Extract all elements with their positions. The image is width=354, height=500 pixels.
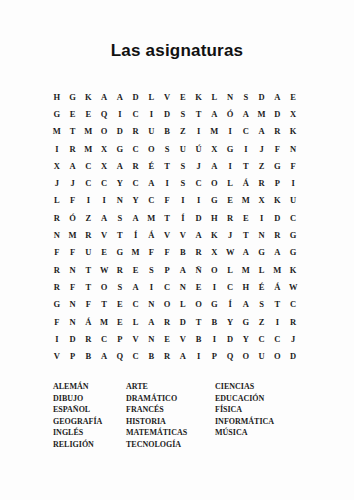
grid-cell-r14c6: L — [128, 313, 144, 330]
grid-cell-r7c13: M — [238, 192, 254, 209]
grid-cell-r8c5: S — [112, 209, 128, 226]
grid-cell-r8c6: A — [128, 209, 144, 226]
grid-cell-r13c9: L — [175, 296, 191, 313]
grid-cell-r9c1: N — [49, 226, 65, 243]
grid-cell-r3c9: Z — [175, 123, 191, 140]
grid-cell-r14c9: D — [175, 313, 191, 330]
grid-cell-r1c15: A — [270, 88, 286, 105]
grid-cell-r14c16: R — [285, 313, 301, 330]
grid-cell-r1c14: D — [254, 88, 270, 105]
grid-cell-r15c5: P — [112, 330, 128, 347]
grid-cell-r9c3: R — [81, 226, 97, 243]
grid-cell-r6c4: C — [96, 174, 112, 191]
grid-cell-r5c3: C — [81, 157, 97, 174]
grid-cell-r2c15: D — [270, 105, 286, 122]
grid-cell-r14c4: M — [96, 313, 112, 330]
grid-cell-r4c10: Ú — [191, 140, 207, 157]
grid-cell-r4c4: X — [96, 140, 112, 157]
grid-cell-r6c12: L — [222, 174, 238, 191]
grid-cell-r9c2: M — [65, 226, 81, 243]
grid-cell-r6c9: S — [175, 174, 191, 191]
word-item-frances: FRANCÉS — [126, 404, 187, 416]
grid-cell-r9c8: V — [159, 226, 175, 243]
grid-cell-r15c3: R — [81, 330, 97, 347]
grid-cell-r11c1: R — [49, 261, 65, 278]
grid-cell-r1c1: H — [49, 88, 65, 105]
grid-cell-r3c4: O — [96, 123, 112, 140]
grid-cell-r15c1: I — [49, 330, 65, 347]
grid-cell-r10c10: R — [191, 244, 207, 261]
grid-cell-r13c16: C — [285, 296, 301, 313]
grid-cell-r4c2: R — [65, 140, 81, 157]
word-search-grid: HGKAADLVEKLNSDAEGEEQICIDSTAÓAMDXMTMODRUB… — [49, 88, 301, 365]
grid-cell-r7c1: L — [49, 192, 65, 209]
grid-cell-r10c16: G — [285, 244, 301, 261]
grid-cell-r3c10: I — [191, 123, 207, 140]
grid-cell-r9c10: A — [191, 226, 207, 243]
grid-cell-r1c12: N — [222, 88, 238, 105]
grid-cell-r8c14: I — [254, 209, 270, 226]
grid-cell-r1c10: K — [191, 88, 207, 105]
grid-cell-r14c3: Á — [81, 313, 97, 330]
grid-cell-r11c2: N — [65, 261, 81, 278]
grid-cell-r6c5: Y — [112, 174, 128, 191]
grid-cell-r8c7: M — [144, 209, 160, 226]
grid-cell-r15c15: C — [270, 330, 286, 347]
grid-cell-r3c11: M — [207, 123, 223, 140]
grid-cell-r14c11: B — [207, 313, 223, 330]
grid-cell-r10c7: F — [144, 244, 160, 261]
grid-cell-r11c10: Ñ — [191, 261, 207, 278]
word-item-religion: RELIGIÓN — [53, 439, 102, 451]
grid-cell-r2c12: Ó — [222, 105, 238, 122]
grid-cell-r12c16: W — [285, 278, 301, 295]
grid-cell-r16c11: P — [207, 347, 223, 364]
page-title: Las asignaturas — [0, 41, 354, 61]
grid-cell-r2c9: S — [175, 105, 191, 122]
grid-cell-r15c13: Y — [238, 330, 254, 347]
grid-cell-r13c6: C — [128, 296, 144, 313]
grid-cell-r6c2: J — [65, 174, 81, 191]
grid-cell-r2c5: I — [112, 105, 128, 122]
word-item-educacion: EDUCACIÓN — [215, 393, 274, 405]
grid-cell-r12c12: C — [222, 278, 238, 295]
grid-cell-r16c1: V — [49, 347, 65, 364]
grid-cell-r12c14: É — [254, 278, 270, 295]
grid-cell-r11c3: T — [81, 261, 97, 278]
word-list-column-3: CIENCIAS EDUCACIÓN FÍSICA INFORMÁTICA MÚ… — [215, 381, 274, 439]
grid-cell-r4c12: G — [222, 140, 238, 157]
grid-cell-r15c8: E — [159, 330, 175, 347]
grid-cell-r9c5: T — [112, 226, 128, 243]
grid-cell-r2c6: C — [128, 105, 144, 122]
grid-cell-r9c14: N — [254, 226, 270, 243]
grid-cell-r13c15: T — [270, 296, 286, 313]
grid-cell-r16c16: D — [285, 347, 301, 364]
grid-cell-r15c2: D — [65, 330, 81, 347]
word-list-column-1: ALEMÁN DIBUJO ESPAÑOL GEOGRAFÍA INGLÉS R… — [53, 381, 102, 450]
grid-cell-r2c10: T — [191, 105, 207, 122]
grid-cell-r4c13: I — [238, 140, 254, 157]
grid-cell-r5c16: F — [285, 157, 301, 174]
grid-cell-r4c8: S — [159, 140, 175, 157]
grid-cell-r13c3: F — [81, 296, 97, 313]
grid-cell-r16c8: R — [159, 347, 175, 364]
grid-cell-r9c11: K — [207, 226, 223, 243]
grid-cell-r2c11: A — [207, 105, 223, 122]
grid-cell-r11c6: E — [128, 261, 144, 278]
grid-cell-r9c16: G — [285, 226, 301, 243]
grid-cell-r1c3: K — [81, 88, 97, 105]
grid-cell-r3c3: M — [81, 123, 97, 140]
grid-cell-r11c9: A — [175, 261, 191, 278]
grid-cell-r11c14: L — [254, 261, 270, 278]
grid-cell-r8c1: R — [49, 209, 65, 226]
grid-cell-r2c3: E — [81, 105, 97, 122]
grid-cell-r15c7: N — [144, 330, 160, 347]
grid-cell-r5c2: A — [65, 157, 81, 174]
grid-cell-r14c1: F — [49, 313, 65, 330]
grid-cell-r9c9: V — [175, 226, 191, 243]
grid-cell-r8c11: H — [207, 209, 223, 226]
grid-cell-r12c9: N — [175, 278, 191, 295]
grid-cell-r9c13: T — [238, 226, 254, 243]
grid-cell-r8c12: R — [222, 209, 238, 226]
grid-cell-r1c16: E — [285, 88, 301, 105]
grid-cell-r10c12: W — [222, 244, 238, 261]
grid-cell-r12c1: R — [49, 278, 65, 295]
grid-cell-r3c15: R — [270, 123, 286, 140]
grid-cell-r10c6: M — [128, 244, 144, 261]
grid-cell-r16c12: Q — [222, 347, 238, 364]
word-item-aleman: ALEMÁN — [53, 381, 102, 393]
grid-cell-r3c6: R — [128, 123, 144, 140]
grid-cell-r13c1: G — [49, 296, 65, 313]
grid-cell-r15c11: I — [207, 330, 223, 347]
grid-cell-r6c3: C — [81, 174, 97, 191]
grid-cell-r3c13: C — [238, 123, 254, 140]
grid-cell-r12c10: E — [191, 278, 207, 295]
grid-cell-r15c14: C — [254, 330, 270, 347]
grid-cell-r11c15: M — [270, 261, 286, 278]
grid-cell-r4c11: X — [207, 140, 223, 157]
grid-cell-r5c12: I — [222, 157, 238, 174]
grid-cell-r16c15: O — [270, 347, 286, 364]
grid-cell-r6c16: I — [285, 174, 301, 191]
grid-cell-r8c3: Z — [81, 209, 97, 226]
grid-cell-r4c1: I — [49, 140, 65, 157]
grid-cell-r11c16: K — [285, 261, 301, 278]
grid-cell-r1c8: V — [159, 88, 175, 105]
grid-cell-r16c2: P — [65, 347, 81, 364]
grid-cell-r8c13: E — [238, 209, 254, 226]
grid-cell-r9c12: J — [222, 226, 238, 243]
word-item-historia: HISTORIA — [126, 416, 187, 428]
grid-cell-r8c10: D — [191, 209, 207, 226]
grid-cell-r3c14: A — [254, 123, 270, 140]
grid-cell-r7c6: Y — [128, 192, 144, 209]
grid-cell-r3c16: K — [285, 123, 301, 140]
grid-cell-r12c7: I — [144, 278, 160, 295]
grid-cell-r13c8: O — [159, 296, 175, 313]
grid-cell-r10c4: E — [96, 244, 112, 261]
grid-cell-r13c14: S — [254, 296, 270, 313]
grid-cell-r7c10: I — [191, 192, 207, 209]
grid-cell-r2c4: Q — [96, 105, 112, 122]
grid-cell-r8c8: T — [159, 209, 175, 226]
grid-cell-r5c13: T — [238, 157, 254, 174]
grid-cell-r16c4: A — [96, 347, 112, 364]
word-item-informatica: INFORMÁTICA — [215, 416, 274, 428]
grid-cell-r16c7: B — [144, 347, 160, 364]
grid-cell-r1c2: G — [65, 88, 81, 105]
grid-cell-r4c9: U — [175, 140, 191, 157]
grid-cell-r13c12: Í — [222, 296, 238, 313]
grid-cell-r15c6: V — [128, 330, 144, 347]
grid-cell-r6c11: O — [207, 174, 223, 191]
grid-cell-r5c1: X — [49, 157, 65, 174]
grid-cell-r14c2: N — [65, 313, 81, 330]
grid-cell-r12c3: T — [81, 278, 97, 295]
grid-cell-r14c12: Y — [222, 313, 238, 330]
grid-cell-r10c15: A — [270, 244, 286, 261]
grid-cell-r5c14: Z — [254, 157, 270, 174]
grid-cell-r1c11: L — [207, 88, 223, 105]
grid-cell-r15c12: D — [222, 330, 238, 347]
grid-cell-r6c6: C — [128, 174, 144, 191]
grid-cell-r14c13: G — [238, 313, 254, 330]
grid-cell-r16c9: A — [175, 347, 191, 364]
grid-cell-r8c16: C — [285, 209, 301, 226]
grid-cell-r3c1: M — [49, 123, 65, 140]
grid-cell-r14c14: Z — [254, 313, 270, 330]
word-item-matematicas: MATEMÁTICAS — [126, 427, 187, 439]
grid-cell-r6c15: P — [270, 174, 286, 191]
grid-cell-r13c10: O — [191, 296, 207, 313]
grid-cell-r8c15: D — [270, 209, 286, 226]
grid-cell-r4c6: C — [128, 140, 144, 157]
grid-cell-r2c13: A — [238, 105, 254, 122]
grid-cell-r12c11: I — [207, 278, 223, 295]
grid-cell-r16c10: I — [191, 347, 207, 364]
word-item-tecnologia: TECNOLOGÍA — [126, 439, 187, 451]
grid-cell-r5c9: S — [175, 157, 191, 174]
grid-cell-r2c14: M — [254, 105, 270, 122]
grid-cell-r12c6: A — [128, 278, 144, 295]
grid-cell-r15c10: B — [191, 330, 207, 347]
grid-cell-r7c9: I — [175, 192, 191, 209]
word-item-dibujo: DIBUJO — [53, 393, 102, 405]
grid-cell-r15c16: J — [285, 330, 301, 347]
grid-cell-r6c8: I — [159, 174, 175, 191]
grid-cell-r13c2: N — [65, 296, 81, 313]
grid-cell-r2c16: X — [285, 105, 301, 122]
grid-cell-r4c7: O — [144, 140, 160, 157]
grid-cell-r3c8: B — [159, 123, 175, 140]
grid-cell-r4c15: F — [270, 140, 286, 157]
grid-cell-r12c2: F — [65, 278, 81, 295]
grid-cell-r8c2: Ó — [65, 209, 81, 226]
grid-cell-r3c2: T — [65, 123, 81, 140]
grid-cell-r6c7: A — [144, 174, 160, 191]
word-item-musica: MÚSICA — [215, 427, 274, 439]
grid-cell-r5c8: T — [159, 157, 175, 174]
grid-cell-r2c7: I — [144, 105, 160, 122]
grid-cell-r7c12: E — [222, 192, 238, 209]
grid-cell-r13c7: N — [144, 296, 160, 313]
grid-cell-r16c13: O — [238, 347, 254, 364]
word-item-geografia: GEOGRAFÍA — [53, 416, 102, 428]
grid-cell-r12c15: Á — [270, 278, 286, 295]
word-list-column-2: ARTE DRAMÁTICO FRANCÉS HISTORIA MATEMÁTI… — [126, 381, 187, 450]
grid-cell-r5c15: G — [270, 157, 286, 174]
grid-cell-r10c2: F — [65, 244, 81, 261]
grid-cell-r6c14: R — [254, 174, 270, 191]
grid-cell-r2c2: E — [65, 105, 81, 122]
grid-cell-r9c6: Í — [128, 226, 144, 243]
grid-cell-r8c4: A — [96, 209, 112, 226]
grid-cell-r1c5: A — [112, 88, 128, 105]
grid-cell-r16c6: C — [128, 347, 144, 364]
grid-cell-r7c15: K — [270, 192, 286, 209]
grid-cell-r6c13: Á — [238, 174, 254, 191]
grid-cell-r9c7: Á — [144, 226, 160, 243]
grid-cell-r5c7: É — [144, 157, 160, 174]
word-item-ciencias: CIENCIAS — [215, 381, 274, 393]
grid-cell-r4c16: N — [285, 140, 301, 157]
grid-cell-r7c5: N — [112, 192, 128, 209]
grid-cell-r10c5: G — [112, 244, 128, 261]
grid-cell-r10c11: X — [207, 244, 223, 261]
grid-cell-r2c1: G — [49, 105, 65, 122]
grid-cell-r14c10: T — [191, 313, 207, 330]
grid-cell-r5c5: A — [112, 157, 128, 174]
grid-cell-r11c8: P — [159, 261, 175, 278]
grid-cell-r14c7: A — [144, 313, 160, 330]
grid-cell-r15c4: C — [96, 330, 112, 347]
grid-cell-r13c5: E — [112, 296, 128, 313]
grid-cell-r3c12: I — [222, 123, 238, 140]
grid-cell-r10c9: B — [175, 244, 191, 261]
grid-cell-r12c13: H — [238, 278, 254, 295]
grid-cell-r10c8: F — [159, 244, 175, 261]
grid-cell-r13c13: A — [238, 296, 254, 313]
grid-cell-r16c14: U — [254, 347, 270, 364]
grid-cell-r4c14: J — [254, 140, 270, 157]
grid-cell-r1c4: A — [96, 88, 112, 105]
word-item-ingles: INGLÉS — [53, 427, 102, 439]
grid-cell-r11c5: R — [112, 261, 128, 278]
grid-cell-r9c4: V — [96, 226, 112, 243]
grid-cell-r10c13: A — [238, 244, 254, 261]
grid-cell-r11c11: O — [207, 261, 223, 278]
grid-cell-r14c8: R — [159, 313, 175, 330]
grid-cell-r8c9: Í — [175, 209, 191, 226]
grid-cell-r15c9: V — [175, 330, 191, 347]
grid-cell-r4c5: G — [112, 140, 128, 157]
word-list: ALEMÁN DIBUJO ESPAÑOL GEOGRAFÍA INGLÉS R… — [0, 381, 354, 456]
grid-cell-r6c10: C — [191, 174, 207, 191]
grid-cell-r7c7: C — [144, 192, 160, 209]
grid-cell-r13c4: T — [96, 296, 112, 313]
grid-cell-r7c8: F — [159, 192, 175, 209]
grid-cell-r1c7: L — [144, 88, 160, 105]
grid-cell-r12c5: S — [112, 278, 128, 295]
grid-cell-r2c8: D — [159, 105, 175, 122]
grid-cell-r3c5: D — [112, 123, 128, 140]
grid-cell-r5c4: X — [96, 157, 112, 174]
grid-cell-r11c12: L — [222, 261, 238, 278]
grid-cell-r1c6: D — [128, 88, 144, 105]
grid-cell-r1c9: E — [175, 88, 191, 105]
word-item-dramatico: DRAMÁTICO — [126, 393, 187, 405]
grid-cell-r7c14: X — [254, 192, 270, 209]
grid-cell-r10c1: F — [49, 244, 65, 261]
grid-cell-r12c8: C — [159, 278, 175, 295]
grid-cell-r12c4: O — [96, 278, 112, 295]
word-item-arte: ARTE — [126, 381, 187, 393]
word-item-fisica: FÍSICA — [215, 404, 274, 416]
grid-cell-r13c11: G — [207, 296, 223, 313]
grid-cell-r11c13: M — [238, 261, 254, 278]
grid-cell-r10c3: U — [81, 244, 97, 261]
grid-cell-r9c15: R — [270, 226, 286, 243]
grid-cell-r5c10: J — [191, 157, 207, 174]
worksheet-page: Las asignaturas HGKAADLVEKLNSDAEGEEQICID… — [0, 0, 354, 500]
grid-cell-r11c4: W — [96, 261, 112, 278]
grid-cell-r5c6: R — [128, 157, 144, 174]
grid-cell-r14c5: E — [112, 313, 128, 330]
grid-cell-r14c15: I — [270, 313, 286, 330]
grid-cell-r7c16: U — [285, 192, 301, 209]
grid-cell-r7c2: F — [65, 192, 81, 209]
grid-cell-r3c7: U — [144, 123, 160, 140]
grid-cell-r7c3: I — [81, 192, 97, 209]
grid-cell-r16c5: Q — [112, 347, 128, 364]
grid-cell-r10c14: G — [254, 244, 270, 261]
grid-cell-r7c11: G — [207, 192, 223, 209]
grid-cell-r16c3: B — [81, 347, 97, 364]
grid-cell-r7c4: I — [96, 192, 112, 209]
grid-cell-r11c7: S — [144, 261, 160, 278]
grid-cell-r4c3: M — [81, 140, 97, 157]
grid-cell-r1c13: S — [238, 88, 254, 105]
grid-cell-r5c11: A — [207, 157, 223, 174]
grid-cell-r6c1: J — [49, 174, 65, 191]
word-item-espanol: ESPAÑOL — [53, 404, 102, 416]
